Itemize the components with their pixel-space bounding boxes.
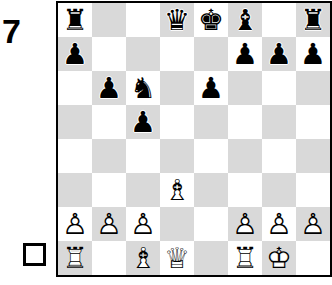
white-rook: ♖ bbox=[228, 241, 262, 275]
square-g8[interactable] bbox=[262, 3, 296, 37]
white-pawn: ♙ bbox=[58, 207, 92, 241]
square-f8[interactable]: ♝ bbox=[228, 3, 262, 37]
square-c6[interactable]: ♞ bbox=[126, 71, 160, 105]
square-d1[interactable]: ♛♕ bbox=[160, 241, 194, 275]
square-c3[interactable] bbox=[126, 173, 160, 207]
white-pawn-fill: ♟ bbox=[262, 207, 296, 241]
square-e5[interactable] bbox=[194, 105, 228, 139]
square-b1[interactable] bbox=[92, 241, 126, 275]
white-pawn-fill: ♟ bbox=[58, 207, 92, 241]
square-a6[interactable] bbox=[58, 71, 92, 105]
square-f7[interactable]: ♟ bbox=[228, 37, 262, 71]
square-b8[interactable] bbox=[92, 3, 126, 37]
square-e7[interactable] bbox=[194, 37, 228, 71]
square-a4[interactable] bbox=[58, 139, 92, 173]
square-h1[interactable] bbox=[296, 241, 330, 275]
square-g5[interactable] bbox=[262, 105, 296, 139]
white-pawn-fill: ♟ bbox=[126, 207, 160, 241]
square-b4[interactable] bbox=[92, 139, 126, 173]
square-a1[interactable]: ♜♖ bbox=[58, 241, 92, 275]
square-e6[interactable]: ♟ bbox=[194, 71, 228, 105]
square-d8[interactable]: ♛ bbox=[160, 3, 194, 37]
white-bishop: ♗ bbox=[160, 173, 194, 207]
square-g7[interactable]: ♟ bbox=[262, 37, 296, 71]
square-a5[interactable] bbox=[58, 105, 92, 139]
square-h3[interactable] bbox=[296, 173, 330, 207]
square-c4[interactable] bbox=[126, 139, 160, 173]
white-pawn-fill: ♟ bbox=[228, 207, 262, 241]
square-h6[interactable] bbox=[296, 71, 330, 105]
white-pawn-fill: ♟ bbox=[296, 207, 330, 241]
white-queen-fill: ♛ bbox=[160, 241, 194, 275]
black-pawn: ♟ bbox=[194, 71, 228, 105]
black-rook: ♜ bbox=[58, 3, 92, 37]
square-g4[interactable] bbox=[262, 139, 296, 173]
square-d3[interactable]: ♝♗ bbox=[160, 173, 194, 207]
square-e8[interactable]: ♚ bbox=[194, 3, 228, 37]
square-c8[interactable] bbox=[126, 3, 160, 37]
black-queen: ♛ bbox=[160, 3, 194, 37]
square-d2[interactable] bbox=[160, 207, 194, 241]
black-pawn: ♟ bbox=[296, 37, 330, 71]
square-g6[interactable] bbox=[262, 71, 296, 105]
square-c5[interactable]: ♟ bbox=[126, 105, 160, 139]
black-pawn: ♟ bbox=[92, 71, 126, 105]
white-bishop: ♗ bbox=[126, 241, 160, 275]
square-f6[interactable] bbox=[228, 71, 262, 105]
puzzle-number: 7 bbox=[2, 14, 21, 48]
black-king: ♚ bbox=[194, 3, 228, 37]
white-pawn: ♙ bbox=[92, 207, 126, 241]
square-c1[interactable]: ♝♗ bbox=[126, 241, 160, 275]
black-pawn: ♟ bbox=[228, 37, 262, 71]
square-f1[interactable]: ♜♖ bbox=[228, 241, 262, 275]
black-bishop: ♝ bbox=[228, 3, 262, 37]
black-pawn: ♟ bbox=[126, 105, 160, 139]
white-bishop-fill: ♝ bbox=[126, 241, 160, 275]
chess-board: ♜♛♚♝♜♟♟♟♟♟♞♟♟♝♗♟♙♟♙♟♙♟♙♟♙♟♙♜♖♝♗♛♕♜♖♚♔ bbox=[56, 1, 332, 277]
square-a7[interactable]: ♟ bbox=[58, 37, 92, 71]
white-bishop-fill: ♝ bbox=[160, 173, 194, 207]
square-a2[interactable]: ♟♙ bbox=[58, 207, 92, 241]
white-pawn: ♙ bbox=[126, 207, 160, 241]
square-a3[interactable] bbox=[58, 173, 92, 207]
black-pawn: ♟ bbox=[262, 37, 296, 71]
black-knight: ♞ bbox=[126, 71, 160, 105]
square-f3[interactable] bbox=[228, 173, 262, 207]
square-e4[interactable] bbox=[194, 139, 228, 173]
square-h5[interactable] bbox=[296, 105, 330, 139]
white-king: ♔ bbox=[262, 241, 296, 275]
white-pawn: ♙ bbox=[228, 207, 262, 241]
square-b6[interactable]: ♟ bbox=[92, 71, 126, 105]
white-pawn-fill: ♟ bbox=[92, 207, 126, 241]
square-h2[interactable]: ♟♙ bbox=[296, 207, 330, 241]
square-b2[interactable]: ♟♙ bbox=[92, 207, 126, 241]
square-h8[interactable]: ♜ bbox=[296, 3, 330, 37]
square-d5[interactable] bbox=[160, 105, 194, 139]
white-pawn: ♙ bbox=[296, 207, 330, 241]
white-pawn: ♙ bbox=[262, 207, 296, 241]
black-rook: ♜ bbox=[296, 3, 330, 37]
square-e3[interactable] bbox=[194, 173, 228, 207]
square-d7[interactable] bbox=[160, 37, 194, 71]
square-f4[interactable] bbox=[228, 139, 262, 173]
white-rook: ♖ bbox=[58, 241, 92, 275]
square-a8[interactable]: ♜ bbox=[58, 3, 92, 37]
square-c2[interactable]: ♟♙ bbox=[126, 207, 160, 241]
black-pawn: ♟ bbox=[58, 37, 92, 71]
square-b7[interactable] bbox=[92, 37, 126, 71]
square-b5[interactable] bbox=[92, 105, 126, 139]
square-g1[interactable]: ♚♔ bbox=[262, 241, 296, 275]
white-queen: ♕ bbox=[160, 241, 194, 275]
square-h4[interactable] bbox=[296, 139, 330, 173]
square-d4[interactable] bbox=[160, 139, 194, 173]
white-king-fill: ♚ bbox=[262, 241, 296, 275]
square-h7[interactable]: ♟ bbox=[296, 37, 330, 71]
square-f5[interactable] bbox=[228, 105, 262, 139]
square-f2[interactable]: ♟♙ bbox=[228, 207, 262, 241]
square-g2[interactable]: ♟♙ bbox=[262, 207, 296, 241]
square-d6[interactable] bbox=[160, 71, 194, 105]
white-rook-fill: ♜ bbox=[58, 241, 92, 275]
square-g3[interactable] bbox=[262, 173, 296, 207]
square-b3[interactable] bbox=[92, 173, 126, 207]
white-to-move-indicator bbox=[23, 243, 46, 266]
square-e2[interactable] bbox=[194, 207, 228, 241]
puzzle-page: 7 ♜♛♚♝♜♟♟♟♟♟♞♟♟♝♗♟♙♟♙♟♙♟♙♟♙♟♙♜♖♝♗♛♕♜♖♚♔ bbox=[0, 0, 332, 285]
white-rook-fill: ♜ bbox=[228, 241, 262, 275]
square-e1[interactable] bbox=[194, 241, 228, 275]
square-c7[interactable] bbox=[126, 37, 160, 71]
